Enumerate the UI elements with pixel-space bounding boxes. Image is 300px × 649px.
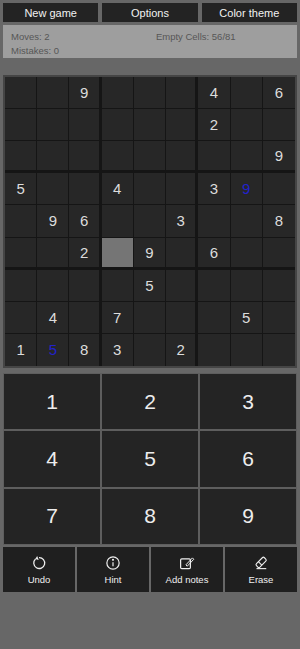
- hint-label: Hint: [105, 574, 122, 585]
- numpad-key-7[interactable]: 7: [4, 489, 100, 544]
- empty-cells-counter: Empty Cells: 56/81: [156, 31, 236, 42]
- cell-r6c4[interactable]: [102, 238, 134, 270]
- cell-r2c4[interactable]: [102, 109, 134, 141]
- cell-r1c3[interactable]: 9: [69, 77, 101, 109]
- erase-icon: [252, 554, 270, 572]
- numpad-key-9[interactable]: 9: [200, 489, 296, 544]
- cell-r2c3[interactable]: [69, 109, 101, 141]
- cell-r2c7[interactable]: 2: [198, 109, 230, 141]
- cell-r9c8[interactable]: [231, 334, 263, 366]
- cell-r6c9[interactable]: [263, 238, 295, 270]
- cell-r4c6[interactable]: [166, 173, 198, 205]
- numpad-key-1[interactable]: 1: [4, 374, 100, 429]
- cell-r1c7[interactable]: 4: [198, 77, 230, 109]
- cell-r2c5[interactable]: [134, 109, 166, 141]
- numpad-key-8[interactable]: 8: [102, 489, 198, 544]
- cell-r4c4[interactable]: 4: [102, 173, 134, 205]
- cell-r3c4[interactable]: [102, 141, 134, 173]
- cell-r8c2[interactable]: 4: [37, 302, 69, 334]
- cell-r2c1[interactable]: [5, 109, 37, 141]
- cell-r9c5[interactable]: [134, 334, 166, 366]
- cell-r1c9[interactable]: 6: [263, 77, 295, 109]
- cell-r6c1[interactable]: [5, 238, 37, 270]
- cell-r3c1[interactable]: [5, 141, 37, 173]
- cell-r9c6[interactable]: 2: [166, 334, 198, 366]
- cell-r8c5[interactable]: [134, 302, 166, 334]
- color-theme-button[interactable]: Color theme: [202, 3, 297, 22]
- cell-r7c5[interactable]: 5: [134, 270, 166, 302]
- hint-icon: [104, 554, 122, 572]
- action-toolbar: Undo Hint Add notes: [3, 547, 297, 592]
- hint-button[interactable]: Hint: [77, 547, 149, 592]
- erase-label: Erase: [249, 574, 274, 585]
- add-notes-label: Add notes: [166, 574, 209, 585]
- cell-r9c2[interactable]: 5: [37, 334, 69, 366]
- cell-r4c7[interactable]: 3: [198, 173, 230, 205]
- cell-r1c2[interactable]: [37, 77, 69, 109]
- numpad-key-3[interactable]: 3: [200, 374, 296, 429]
- cell-r3c3[interactable]: [69, 141, 101, 173]
- cell-r2c9[interactable]: [263, 109, 295, 141]
- cell-r5c2[interactable]: 9: [37, 205, 69, 237]
- cell-r9c3[interactable]: 8: [69, 334, 101, 366]
- undo-icon: [30, 554, 48, 572]
- cell-r4c5[interactable]: [134, 173, 166, 205]
- cell-r2c2[interactable]: [37, 109, 69, 141]
- cell-r7c3[interactable]: [69, 270, 101, 302]
- number-pad: 123456789: [3, 373, 297, 545]
- cell-r1c4[interactable]: [102, 77, 134, 109]
- cell-r8c7[interactable]: [198, 302, 230, 334]
- status-bar: Moves: 2 Empty Cells: 56/81 Mistakes: 0: [3, 25, 297, 58]
- cell-r9c4[interactable]: 3: [102, 334, 134, 366]
- cell-r8c6[interactable]: [166, 302, 198, 334]
- cell-r5c7[interactable]: [198, 205, 230, 237]
- cell-r9c1[interactable]: 1: [5, 334, 37, 366]
- cell-r2c6[interactable]: [166, 109, 198, 141]
- cell-r8c1[interactable]: [5, 302, 37, 334]
- cell-r5c4[interactable]: [102, 205, 134, 237]
- cell-r4c8[interactable]: 9: [231, 173, 263, 205]
- cell-r3c5[interactable]: [134, 141, 166, 173]
- cell-r1c1[interactable]: [5, 77, 37, 109]
- cell-r3c8[interactable]: [231, 141, 263, 173]
- cell-r5c3[interactable]: 6: [69, 205, 101, 237]
- numpad-key-6[interactable]: 6: [200, 431, 296, 486]
- cell-r9c9[interactable]: [263, 334, 295, 366]
- cell-r3c7[interactable]: [198, 141, 230, 173]
- cell-r3c2[interactable]: [37, 141, 69, 173]
- cell-r1c8[interactable]: [231, 77, 263, 109]
- numpad-key-4[interactable]: 4: [4, 431, 100, 486]
- cell-r6c8[interactable]: [231, 238, 263, 270]
- cell-r5c1[interactable]: [5, 205, 37, 237]
- options-button[interactable]: Options: [102, 3, 197, 22]
- cell-r5c6[interactable]: 3: [166, 205, 198, 237]
- cell-r7c8[interactable]: [231, 270, 263, 302]
- cell-r7c2[interactable]: [37, 270, 69, 302]
- cell-r1c6[interactable]: [166, 77, 198, 109]
- cell-r6c2[interactable]: [37, 238, 69, 270]
- top-menu-bar: New game Options Color theme: [3, 3, 297, 22]
- cell-r8c9[interactable]: [263, 302, 295, 334]
- numpad-key-2[interactable]: 2: [102, 374, 198, 429]
- cell-r4c1[interactable]: 5: [5, 173, 37, 205]
- cell-r7c6[interactable]: [166, 270, 198, 302]
- add-notes-button[interactable]: Add notes: [151, 547, 223, 592]
- cell-r6c3[interactable]: 2: [69, 238, 101, 270]
- undo-label: Undo: [28, 574, 51, 585]
- erase-button[interactable]: Erase: [225, 547, 297, 592]
- cell-r4c2[interactable]: [37, 173, 69, 205]
- cell-r8c8[interactable]: 5: [231, 302, 263, 334]
- cell-r3c6[interactable]: [166, 141, 198, 173]
- cell-r5c5[interactable]: [134, 205, 166, 237]
- undo-button[interactable]: Undo: [3, 547, 75, 592]
- moves-counter: Moves: 2: [11, 31, 50, 42]
- cell-r7c4[interactable]: [102, 270, 134, 302]
- numpad-key-5[interactable]: 5: [102, 431, 198, 486]
- cell-r5c8[interactable]: [231, 205, 263, 237]
- new-game-button[interactable]: New game: [3, 3, 98, 22]
- cell-r5c9[interactable]: 8: [263, 205, 295, 237]
- cell-r2c8[interactable]: [231, 109, 263, 141]
- add-notes-icon: [178, 554, 196, 572]
- cell-r7c1[interactable]: [5, 270, 37, 302]
- cell-r4c3[interactable]: [69, 173, 101, 205]
- cell-r4c9[interactable]: [263, 173, 295, 205]
- cell-r6c5[interactable]: 9: [134, 238, 166, 270]
- sudoku-board: 9462954399638296547515832: [3, 75, 297, 368]
- cell-r9c7[interactable]: [198, 334, 230, 366]
- cell-r7c9[interactable]: [263, 270, 295, 302]
- cell-r6c7[interactable]: 6: [198, 238, 230, 270]
- cell-r8c3[interactable]: [69, 302, 101, 334]
- cell-r7c7[interactable]: [198, 270, 230, 302]
- cell-r1c5[interactable]: [134, 77, 166, 109]
- cell-r3c9[interactable]: 9: [263, 141, 295, 173]
- cell-r6c6[interactable]: [166, 238, 198, 270]
- mistakes-counter: Mistakes: 0: [11, 45, 59, 56]
- cell-r8c4[interactable]: 7: [102, 302, 134, 334]
